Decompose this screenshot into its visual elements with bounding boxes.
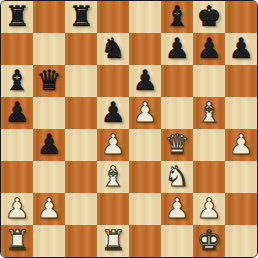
square-e3[interactable] — [129, 161, 161, 193]
square-f1[interactable] — [161, 225, 193, 257]
square-a3[interactable] — [1, 161, 33, 193]
square-a4[interactable] — [1, 129, 33, 161]
piece-white-pawn[interactable]: ♟ — [100, 129, 125, 161]
piece-white-rook[interactable]: ♜ — [100, 225, 125, 257]
piece-white-pawn[interactable]: ♟ — [164, 193, 189, 225]
piece-black-pawn[interactable]: ♟ — [196, 33, 221, 65]
square-e2[interactable] — [129, 193, 161, 225]
piece-black-bishop[interactable]: ♝ — [4, 65, 29, 97]
square-b3[interactable] — [33, 161, 65, 193]
square-f7[interactable]: ♟ — [161, 33, 193, 65]
square-b2[interactable]: ♟ — [33, 193, 65, 225]
square-a8[interactable]: ♜ — [1, 1, 33, 33]
square-a1[interactable]: ♜ — [1, 225, 33, 257]
square-c6[interactable] — [65, 65, 97, 97]
square-g3[interactable] — [193, 161, 225, 193]
square-d2[interactable] — [97, 193, 129, 225]
square-e7[interactable] — [129, 33, 161, 65]
piece-white-knight[interactable]: ♞ — [164, 161, 189, 193]
piece-black-pawn[interactable]: ♟ — [132, 65, 157, 97]
square-a5[interactable]: ♟ — [1, 97, 33, 129]
piece-white-bishop[interactable]: ♝ — [100, 161, 125, 193]
square-d1[interactable]: ♜ — [97, 225, 129, 257]
square-d6[interactable] — [97, 65, 129, 97]
piece-white-pawn[interactable]: ♟ — [4, 193, 29, 225]
square-b7[interactable] — [33, 33, 65, 65]
square-b1[interactable] — [33, 225, 65, 257]
square-f2[interactable]: ♟ — [161, 193, 193, 225]
piece-black-pawn[interactable]: ♟ — [228, 33, 253, 65]
piece-black-rook[interactable]: ♜ — [4, 1, 29, 33]
square-c5[interactable] — [65, 97, 97, 129]
square-h3[interactable] — [225, 161, 257, 193]
square-h8[interactable] — [225, 1, 257, 33]
square-a7[interactable] — [1, 33, 33, 65]
piece-white-pawn[interactable]: ♟ — [36, 193, 61, 225]
square-g2[interactable]: ♟ — [193, 193, 225, 225]
piece-black-pawn[interactable]: ♟ — [100, 97, 125, 129]
piece-white-queen[interactable]: ♛ — [164, 129, 189, 161]
piece-black-pawn[interactable]: ♟ — [4, 97, 29, 129]
square-f6[interactable] — [161, 65, 193, 97]
piece-black-pawn[interactable]: ♟ — [36, 129, 61, 161]
square-c1[interactable] — [65, 225, 97, 257]
piece-black-knight[interactable]: ♞ — [100, 33, 125, 65]
square-d8[interactable] — [97, 1, 129, 33]
piece-black-queen[interactable]: ♛ — [36, 65, 61, 97]
square-d5[interactable]: ♟ — [97, 97, 129, 129]
square-d4[interactable]: ♟ — [97, 129, 129, 161]
square-e1[interactable] — [129, 225, 161, 257]
square-e4[interactable] — [129, 129, 161, 161]
square-b8[interactable] — [33, 1, 65, 33]
square-g7[interactable]: ♟ — [193, 33, 225, 65]
square-g8[interactable]: ♚ — [193, 1, 225, 33]
square-e6[interactable]: ♟ — [129, 65, 161, 97]
square-g4[interactable] — [193, 129, 225, 161]
square-e8[interactable] — [129, 1, 161, 33]
square-c2[interactable] — [65, 193, 97, 225]
square-b6[interactable]: ♛ — [33, 65, 65, 97]
square-h2[interactable] — [225, 193, 257, 225]
square-h7[interactable]: ♟ — [225, 33, 257, 65]
square-c3[interactable] — [65, 161, 97, 193]
piece-black-rook[interactable]: ♜ — [68, 1, 93, 33]
piece-white-king[interactable]: ♚ — [196, 225, 221, 257]
square-d7[interactable]: ♞ — [97, 33, 129, 65]
square-f5[interactable] — [161, 97, 193, 129]
square-h5[interactable] — [225, 97, 257, 129]
square-f8[interactable]: ♝ — [161, 1, 193, 33]
piece-black-pawn[interactable]: ♟ — [164, 33, 189, 65]
piece-white-pawn[interactable]: ♟ — [196, 193, 221, 225]
piece-white-rook[interactable]: ♜ — [4, 225, 29, 257]
square-g5[interactable]: ♝ — [193, 97, 225, 129]
square-d3[interactable]: ♝ — [97, 161, 129, 193]
piece-white-pawn[interactable]: ♟ — [228, 129, 253, 161]
square-g6[interactable] — [193, 65, 225, 97]
square-g1[interactable]: ♚ — [193, 225, 225, 257]
square-h1[interactable] — [225, 225, 257, 257]
square-c7[interactable] — [65, 33, 97, 65]
square-a2[interactable]: ♟ — [1, 193, 33, 225]
chess-board: ♜♜♝♚♞♟♟♟♝♛♟♟♟♟♝♟♟♛♟♝♞♟♟♟♟♜♜♚ — [0, 0, 258, 258]
square-h6[interactable] — [225, 65, 257, 97]
square-c4[interactable] — [65, 129, 97, 161]
piece-white-pawn[interactable]: ♟ — [132, 97, 157, 129]
square-b4[interactable]: ♟ — [33, 129, 65, 161]
square-b5[interactable] — [33, 97, 65, 129]
piece-white-bishop[interactable]: ♝ — [196, 97, 221, 129]
square-f4[interactable]: ♛ — [161, 129, 193, 161]
piece-black-king[interactable]: ♚ — [196, 1, 221, 33]
square-h4[interactable]: ♟ — [225, 129, 257, 161]
square-e5[interactable]: ♟ — [129, 97, 161, 129]
square-f3[interactable]: ♞ — [161, 161, 193, 193]
square-a6[interactable]: ♝ — [1, 65, 33, 97]
square-c8[interactable]: ♜ — [65, 1, 97, 33]
piece-black-bishop[interactable]: ♝ — [164, 1, 189, 33]
